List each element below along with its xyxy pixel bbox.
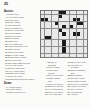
clue-text: Large forest deer [8,91,38,94]
puzzle-page: 25 Across: 1Quick look6Hot desert sand12… [0,0,90,108]
clue-text: As well [71,93,89,96]
clue: 16Very light rain [44,93,64,96]
down-heading: Down: [4,82,38,85]
clue: 45Wash with soap and water [4,78,38,81]
across-clue-list: 1Quick look6Hot desert sand12Gets older1… [4,13,38,80]
down-clue-list-right: 17Sweet tree fluid19Fat used in cooking2… [67,61,89,96]
page-number: 25 [4,3,8,7]
clue-text: Wash with soap and water [8,78,38,81]
down-clue-list-mid: 4Beam of sunlight5Use a chair6Wide salty… [44,61,64,96]
crossword-grid [40,10,88,58]
clue-text: Very light rain [48,93,64,96]
grid-cell [84,54,87,57]
across-heading: Across: [4,10,38,13]
clue: 37As well [67,93,89,96]
clue: 3Large forest deer [4,91,38,94]
down-clue-list-left: 1Animal doctor2Frozen water3Large forest… [4,86,38,94]
across-clues-column: Across: 1Quick look6Hot desert sand12Get… [4,10,38,94]
